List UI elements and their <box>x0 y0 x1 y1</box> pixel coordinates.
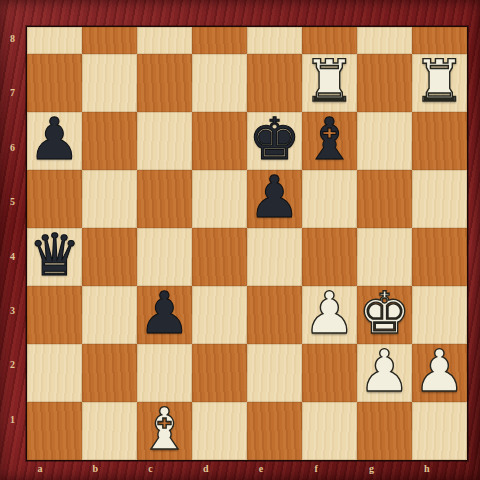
square-b1[interactable] <box>82 402 137 460</box>
square-a1[interactable] <box>27 402 82 460</box>
square-e1[interactable] <box>247 402 302 460</box>
square-b8[interactable] <box>82 27 137 54</box>
white-king-g3[interactable]: ♚ <box>359 284 411 342</box>
square-b2[interactable] <box>82 344 137 402</box>
square-d5[interactable] <box>192 170 247 228</box>
square-b6[interactable] <box>82 112 137 170</box>
square-d3[interactable] <box>192 286 247 344</box>
square-h5[interactable] <box>412 170 467 228</box>
square-e6[interactable]: ♚ <box>247 112 302 170</box>
square-g6[interactable] <box>357 112 412 170</box>
square-c8[interactable] <box>137 27 192 54</box>
square-f1[interactable] <box>302 402 357 460</box>
black-pawn-e5[interactable]: ♟ <box>249 168 301 226</box>
square-h1[interactable] <box>412 402 467 460</box>
square-b7[interactable] <box>82 54 137 112</box>
square-d2[interactable] <box>192 344 247 402</box>
square-a8[interactable] <box>27 27 82 54</box>
black-queen-a4[interactable]: ♛ <box>29 226 81 284</box>
square-c1[interactable]: ♝ <box>137 402 192 460</box>
square-g8[interactable] <box>357 27 412 54</box>
square-b4[interactable] <box>82 228 137 286</box>
square-f4[interactable] <box>302 228 357 286</box>
chess-board[interactable]: ♜♜♟♚♝♟♛♟♟♚♟♟♝ <box>26 26 468 461</box>
square-f6[interactable]: ♝ <box>302 112 357 170</box>
white-pawn-g2[interactable]: ♟ <box>359 342 411 400</box>
square-c5[interactable] <box>137 170 192 228</box>
white-pawn-f3[interactable]: ♟ <box>304 284 356 342</box>
square-c3[interactable]: ♟ <box>137 286 192 344</box>
square-e5[interactable]: ♟ <box>247 170 302 228</box>
square-a3[interactable] <box>27 286 82 344</box>
square-g5[interactable] <box>357 170 412 228</box>
black-pawn-a6[interactable]: ♟ <box>29 110 81 168</box>
white-bishop-c1[interactable]: ♝ <box>139 400 191 458</box>
square-d8[interactable] <box>192 27 247 54</box>
square-c6[interactable] <box>137 112 192 170</box>
square-h2[interactable]: ♟ <box>412 344 467 402</box>
square-d1[interactable] <box>192 402 247 460</box>
square-a7[interactable] <box>27 54 82 112</box>
square-h6[interactable] <box>412 112 467 170</box>
square-g4[interactable] <box>357 228 412 286</box>
square-f2[interactable] <box>302 344 357 402</box>
black-king-e6[interactable]: ♚ <box>249 110 301 168</box>
square-d6[interactable] <box>192 112 247 170</box>
square-g3[interactable]: ♚ <box>357 286 412 344</box>
square-d4[interactable] <box>192 228 247 286</box>
square-f3[interactable]: ♟ <box>302 286 357 344</box>
square-e3[interactable] <box>247 286 302 344</box>
square-a2[interactable] <box>27 344 82 402</box>
black-pawn-c3[interactable]: ♟ <box>139 284 191 342</box>
square-g2[interactable]: ♟ <box>357 344 412 402</box>
square-d7[interactable] <box>192 54 247 112</box>
square-e4[interactable] <box>247 228 302 286</box>
square-g7[interactable] <box>357 54 412 112</box>
square-f7[interactable]: ♜ <box>302 54 357 112</box>
square-b5[interactable] <box>82 170 137 228</box>
square-c2[interactable] <box>137 344 192 402</box>
square-a5[interactable] <box>27 170 82 228</box>
square-e7[interactable] <box>247 54 302 112</box>
square-f5[interactable] <box>302 170 357 228</box>
white-rook-h7[interactable]: ♜ <box>414 52 466 110</box>
square-h4[interactable] <box>412 228 467 286</box>
square-c4[interactable] <box>137 228 192 286</box>
black-bishop-f6[interactable]: ♝ <box>304 110 356 168</box>
square-a4[interactable]: ♛ <box>27 228 82 286</box>
square-g1[interactable] <box>357 402 412 460</box>
chessboard-screenshot: ♜♜♟♚♝♟♛♟♟♚♟♟♝ 87654321abcdefgh <box>0 0 480 480</box>
square-b3[interactable] <box>82 286 137 344</box>
white-rook-f7[interactable]: ♜ <box>304 52 356 110</box>
square-e8[interactable] <box>247 27 302 54</box>
square-h3[interactable] <box>412 286 467 344</box>
white-pawn-h2[interactable]: ♟ <box>414 342 466 400</box>
square-e2[interactable] <box>247 344 302 402</box>
square-a6[interactable]: ♟ <box>27 112 82 170</box>
square-c7[interactable] <box>137 54 192 112</box>
square-h7[interactable]: ♜ <box>412 54 467 112</box>
